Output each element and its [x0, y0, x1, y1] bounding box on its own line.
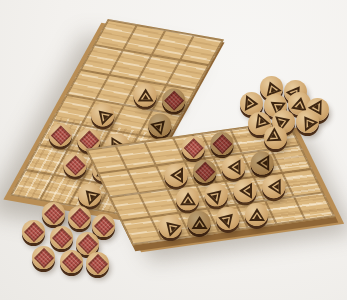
triangle-glyph [150, 115, 171, 136]
triangle-glyph [180, 192, 196, 205]
triangle-glyph [297, 112, 318, 132]
red-diamond-glyph [212, 134, 232, 154]
triangle-glyph [238, 183, 251, 199]
triangle-glyph [206, 185, 227, 206]
red-diamond-glyph [164, 90, 184, 110]
triangle-glyph [267, 179, 280, 195]
triangle-glyph-part [296, 102, 303, 108]
triangle-glyph [249, 208, 265, 221]
diamond-piece[interactable] [49, 123, 72, 146]
red-diamond-glyph [44, 204, 64, 224]
red-diamond-glyph [88, 254, 108, 274]
diamond-piece[interactable] [60, 250, 83, 273]
triangle-piece[interactable] [264, 126, 287, 149]
diamond-piece[interactable] [193, 160, 216, 183]
diamond-piece[interactable] [50, 226, 73, 249]
triangle-glyph [170, 167, 183, 183]
triangle-glyph [227, 159, 240, 175]
red-diamond-glyph [52, 228, 72, 248]
triangle-piece[interactable] [233, 179, 256, 202]
triangle-glyph-part [244, 188, 249, 194]
triangle-piece[interactable] [91, 103, 114, 126]
triangle-glyph-part [233, 164, 238, 170]
diamond-piece[interactable] [182, 136, 205, 159]
triangle-piece[interactable] [245, 203, 268, 226]
diamond-piece[interactable] [68, 206, 91, 229]
diamond-piece[interactable] [92, 214, 115, 237]
triangle-piece[interactable] [134, 84, 157, 107]
diamond-pieces-pile [16, 196, 116, 280]
red-diamond-glyph [62, 252, 82, 272]
red-diamond-glyph [24, 222, 44, 242]
triangle-piece[interactable] [205, 183, 228, 206]
triangle-pieces-pile [238, 76, 330, 154]
red-diamond-glyph [94, 216, 114, 236]
red-diamond-glyph [50, 125, 70, 145]
triangle-piece[interactable] [188, 211, 211, 234]
triangle-glyph-part [185, 198, 191, 203]
triangle-glyph [218, 208, 239, 229]
triangle-glyph-part [254, 214, 260, 219]
red-diamond-glyph [78, 234, 98, 254]
triangle-piece[interactable] [159, 215, 182, 238]
triangle-glyph [244, 95, 258, 112]
triangle-piece[interactable] [296, 110, 319, 133]
diamond-piece[interactable] [210, 132, 233, 155]
red-diamond-glyph [195, 161, 215, 181]
triangle-piece[interactable] [262, 175, 285, 198]
triangle-glyph [160, 216, 181, 237]
diamond-piece[interactable] [22, 220, 45, 243]
triangle-glyph-part [142, 95, 148, 100]
triangle-piece[interactable] [165, 164, 188, 187]
red-diamond-glyph [34, 248, 54, 268]
red-diamond-glyph [183, 138, 203, 158]
triangle-glyph-part [176, 172, 181, 178]
triangle-glyph-part [196, 222, 202, 227]
diamond-piece[interactable] [64, 153, 87, 176]
diamond-piece[interactable] [32, 246, 55, 269]
board-game-photo-scene [0, 0, 347, 300]
triangle-piece[interactable] [222, 156, 245, 179]
triangle-piece[interactable] [216, 207, 239, 230]
triangle-glyph [92, 105, 113, 126]
diamond-piece[interactable] [86, 252, 109, 275]
triangle-glyph-part [262, 160, 267, 166]
triangle-glyph-part [273, 184, 278, 190]
diamond-piece[interactable] [42, 202, 65, 225]
red-diamond-glyph [70, 208, 90, 228]
triangle-glyph [137, 89, 153, 102]
red-diamond-glyph [65, 155, 85, 175]
triangle-glyph [256, 155, 269, 171]
triangle-piece[interactable] [176, 187, 199, 210]
triangle-glyph [266, 127, 285, 147]
triangle-piece[interactable] [148, 114, 171, 137]
triangle-glyph [191, 216, 207, 229]
triangle-piece[interactable] [251, 152, 274, 175]
triangle-glyph-part [247, 100, 253, 106]
diamond-piece[interactable] [162, 89, 185, 112]
